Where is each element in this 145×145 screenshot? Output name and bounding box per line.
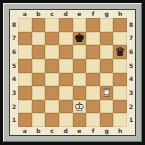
square-a7[interactable] xyxy=(18,32,32,46)
square-b8[interactable] xyxy=(32,18,46,32)
square-d4[interactable] xyxy=(59,73,73,87)
square-h8[interactable] xyxy=(113,18,127,32)
square-e2[interactable]: ♚♔ xyxy=(73,100,87,114)
square-g8[interactable] xyxy=(100,18,114,32)
board-frame: abcdefgh887♚♚76♛♛655443♜♖32♚♔211abcdefgh xyxy=(3,3,142,142)
file-label-top-d: d xyxy=(59,10,73,18)
rank-label-left-7: 7 xyxy=(10,32,18,46)
square-h3[interactable] xyxy=(113,86,127,100)
square-b4[interactable] xyxy=(32,73,46,87)
black-queen-icon: ♛ xyxy=(113,45,127,59)
square-e7[interactable]: ♚♚ xyxy=(73,32,87,46)
square-b5[interactable] xyxy=(32,59,46,73)
square-d5[interactable] xyxy=(59,59,73,73)
file-label-bottom-g: g xyxy=(100,127,114,135)
white-rook-icon: ♖ xyxy=(100,86,114,100)
file-label-bottom-h: h xyxy=(113,127,127,135)
rank-label-left-4: 4 xyxy=(10,73,18,87)
file-label-bottom-b: b xyxy=(32,127,46,135)
square-f3[interactable] xyxy=(86,86,100,100)
square-g4[interactable] xyxy=(100,73,114,87)
square-e3[interactable] xyxy=(73,86,87,100)
square-b2[interactable] xyxy=(32,100,46,114)
square-d3[interactable] xyxy=(59,86,73,100)
square-b6[interactable] xyxy=(32,45,46,59)
rank-label-right-3: 3 xyxy=(127,86,135,100)
square-g7[interactable] xyxy=(100,32,114,46)
file-label-top-a: a xyxy=(18,10,32,18)
rank-label-right-5: 5 xyxy=(127,59,135,73)
square-a1[interactable] xyxy=(18,113,32,127)
file-label-bottom-a: a xyxy=(18,127,32,135)
chess-app-screenshot: abcdefgh887♚♚76♛♛655443♜♖32♚♔211abcdefgh xyxy=(0,0,145,145)
file-label-top-h: h xyxy=(113,10,127,18)
file-label-top-b: b xyxy=(32,10,46,18)
square-e1[interactable] xyxy=(73,113,87,127)
square-c5[interactable] xyxy=(45,59,59,73)
rank-label-right-2: 2 xyxy=(127,100,135,114)
file-label-top-e: e xyxy=(73,10,87,18)
square-d7[interactable] xyxy=(59,32,73,46)
board-corner xyxy=(127,127,135,135)
square-d6[interactable] xyxy=(59,45,73,59)
file-label-bottom-d: d xyxy=(59,127,73,135)
square-h1[interactable] xyxy=(113,113,127,127)
rank-label-right-8: 8 xyxy=(127,18,135,32)
square-d1[interactable] xyxy=(59,113,73,127)
chess-board: abcdefgh887♚♚76♛♛655443♜♖32♚♔211abcdefgh xyxy=(9,9,136,136)
square-b1[interactable] xyxy=(32,113,46,127)
square-c4[interactable] xyxy=(45,73,59,87)
file-label-top-g: g xyxy=(100,10,114,18)
file-label-bottom-e: e xyxy=(73,127,87,135)
file-label-bottom-f: f xyxy=(86,127,100,135)
white-king[interactable]: ♚♔ xyxy=(73,100,87,114)
square-a8[interactable] xyxy=(18,18,32,32)
square-c3[interactable] xyxy=(45,86,59,100)
square-g1[interactable] xyxy=(100,113,114,127)
board-corner xyxy=(127,10,135,18)
square-g2[interactable] xyxy=(100,100,114,114)
square-c8[interactable] xyxy=(45,18,59,32)
square-f7[interactable] xyxy=(86,32,100,46)
square-e6[interactable] xyxy=(73,45,87,59)
square-h2[interactable] xyxy=(113,100,127,114)
square-c6[interactable] xyxy=(45,45,59,59)
square-e4[interactable] xyxy=(73,73,87,87)
square-a5[interactable] xyxy=(18,59,32,73)
white-king-icon: ♔ xyxy=(73,100,87,114)
board-corner xyxy=(10,127,18,135)
black-king[interactable]: ♚♚ xyxy=(73,32,87,46)
square-h6[interactable]: ♛♛ xyxy=(113,45,127,59)
square-c1[interactable] xyxy=(45,113,59,127)
rank-label-right-4: 4 xyxy=(127,73,135,87)
rank-label-right-1: 1 xyxy=(127,113,135,127)
file-label-top-f: f xyxy=(86,10,100,18)
file-label-bottom-c: c xyxy=(45,127,59,135)
square-f8[interactable] xyxy=(86,18,100,32)
square-a6[interactable] xyxy=(18,45,32,59)
rank-label-right-7: 7 xyxy=(127,32,135,46)
square-e8[interactable] xyxy=(73,18,87,32)
rank-label-right-6: 6 xyxy=(127,45,135,59)
black-king-icon: ♚ xyxy=(73,32,87,46)
square-g3[interactable]: ♜♖ xyxy=(100,86,114,100)
rank-label-left-1: 1 xyxy=(10,113,18,127)
square-f1[interactable] xyxy=(86,113,100,127)
white-rook[interactable]: ♜♖ xyxy=(100,86,114,100)
square-h4[interactable] xyxy=(113,73,127,87)
square-b3[interactable] xyxy=(32,86,46,100)
square-g5[interactable] xyxy=(100,59,114,73)
square-c7[interactable] xyxy=(45,32,59,46)
rank-label-left-6: 6 xyxy=(10,45,18,59)
square-a2[interactable] xyxy=(18,100,32,114)
board-corner xyxy=(10,10,18,18)
rank-label-left-3: 3 xyxy=(10,86,18,100)
square-e5[interactable] xyxy=(73,59,87,73)
square-f2[interactable] xyxy=(86,100,100,114)
square-f5[interactable] xyxy=(86,59,100,73)
square-d2[interactable] xyxy=(59,100,73,114)
square-b7[interactable] xyxy=(32,32,46,46)
square-f6[interactable] xyxy=(86,45,100,59)
square-g6[interactable] xyxy=(100,45,114,59)
square-f4[interactable] xyxy=(86,73,100,87)
rank-label-left-5: 5 xyxy=(10,59,18,73)
square-c2[interactable] xyxy=(45,100,59,114)
file-label-top-c: c xyxy=(45,10,59,18)
black-queen[interactable]: ♛♛ xyxy=(113,45,127,59)
rank-label-left-2: 2 xyxy=(10,100,18,114)
square-d8[interactable] xyxy=(59,18,73,32)
square-h5[interactable] xyxy=(113,59,127,73)
square-a3[interactable] xyxy=(18,86,32,100)
square-h7[interactable] xyxy=(113,32,127,46)
rank-label-left-8: 8 xyxy=(10,18,18,32)
square-a4[interactable] xyxy=(18,73,32,87)
